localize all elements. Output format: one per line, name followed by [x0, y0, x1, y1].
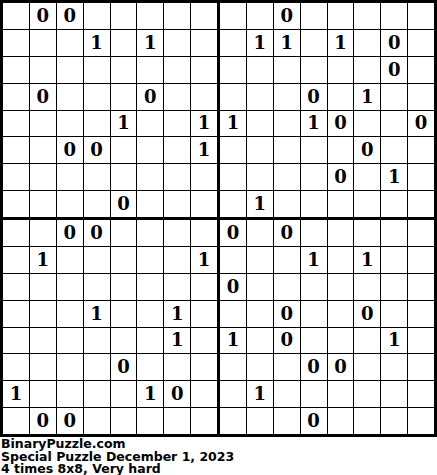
cell-r12c8[interactable] [191, 301, 217, 327]
puzzle-difficulty: 4 times 8x8, Very hard [1, 463, 437, 475]
cell-r2c15: 0 [381, 30, 407, 56]
cell-r7c8[interactable] [191, 164, 217, 190]
cell-r9c15[interactable] [381, 220, 407, 246]
cell-r10c14: 1 [354, 247, 380, 273]
cell-r8c9[interactable] [220, 191, 246, 217]
cell-r8c13[interactable] [328, 191, 354, 217]
cell-r5c15[interactable] [381, 111, 407, 137]
cell-r9c5[interactable] [111, 220, 137, 246]
cell-r1c15[interactable] [381, 3, 407, 29]
cell-r15c15[interactable] [381, 381, 407, 407]
cell-r4c9[interactable] [220, 84, 246, 110]
cell-r6c14: 0 [354, 137, 380, 163]
binary-puzzle-board: 001100110010 0111000111000011 0011111011… [0, 0, 437, 437]
cell-r8c2[interactable] [30, 191, 56, 217]
cell-r1c7[interactable] [164, 3, 190, 29]
cell-r14c12: 0 [301, 354, 327, 380]
cell-r2c5[interactable] [111, 30, 137, 56]
cell-r9c16[interactable] [408, 220, 434, 246]
cell-r6c10[interactable] [247, 137, 273, 163]
cell-r10c13[interactable] [328, 247, 354, 273]
cell-r9c10[interactable] [247, 220, 273, 246]
cell-r15c5[interactable] [111, 381, 137, 407]
cell-r15c8[interactable] [191, 381, 217, 407]
cell-r14c3[interactable] [57, 354, 83, 380]
cell-r1c10[interactable] [247, 3, 273, 29]
cell-r16c7[interactable] [164, 408, 190, 434]
cell-r5c16: 0 [408, 111, 434, 137]
cell-r5c4[interactable] [84, 111, 110, 137]
cell-r16c4[interactable] [84, 408, 110, 434]
cell-r16c1[interactable] [3, 408, 29, 434]
cell-r12c2[interactable] [30, 301, 56, 327]
cell-r15c13[interactable] [328, 381, 354, 407]
cell-r9c11: 0 [274, 220, 300, 246]
cell-r16c10[interactable] [247, 408, 273, 434]
cell-r14c14[interactable] [354, 354, 380, 380]
cell-r6c5[interactable] [111, 137, 137, 163]
cell-r14c5: 0 [111, 354, 137, 380]
cell-r5c13: 0 [328, 111, 354, 137]
cell-r13c12[interactable] [301, 328, 327, 354]
cell-r1c1[interactable] [3, 3, 29, 29]
cell-r4c11[interactable] [274, 84, 300, 110]
cell-r10c12: 1 [301, 247, 327, 273]
cell-r5c12: 1 [301, 111, 327, 137]
cell-r16c5[interactable] [111, 408, 137, 434]
cell-r10c9[interactable] [220, 247, 246, 273]
cell-r9c4: 0 [84, 220, 110, 246]
cell-r14c16[interactable] [408, 354, 434, 380]
cell-r2c9[interactable] [220, 30, 246, 56]
cell-r14c4[interactable] [84, 354, 110, 380]
cell-r5c9: 1 [220, 111, 246, 137]
cell-r7c1[interactable] [3, 164, 29, 190]
cell-r12c9[interactable] [220, 301, 246, 327]
cell-r3c6[interactable] [137, 57, 163, 83]
cell-r9c6[interactable] [137, 220, 163, 246]
cell-r2c11: 1 [274, 30, 300, 56]
cell-r15c1: 1 [3, 381, 29, 407]
cell-r3c10[interactable] [247, 57, 273, 83]
cell-r4c5[interactable] [111, 84, 137, 110]
cell-r6c8: 1 [191, 137, 217, 163]
cell-r2c14[interactable] [354, 30, 380, 56]
cell-r14c11[interactable] [274, 354, 300, 380]
cell-r1c3: 0 [57, 3, 83, 29]
cell-r10c4[interactable] [84, 247, 110, 273]
cell-r4c1[interactable] [3, 84, 29, 110]
cell-r3c8[interactable] [191, 57, 217, 83]
cell-r11c14[interactable] [354, 274, 380, 300]
cell-r1c16[interactable] [408, 3, 434, 29]
cell-r4c6: 0 [137, 84, 163, 110]
cell-r5c8: 1 [191, 111, 217, 137]
cell-r7c12[interactable] [301, 164, 327, 190]
cell-r3c15: 0 [381, 57, 407, 83]
cell-r12c10[interactable] [247, 301, 273, 327]
cell-r9c13[interactable] [328, 220, 354, 246]
cell-r13c2[interactable] [30, 328, 56, 354]
cell-r2c1[interactable] [3, 30, 29, 56]
cell-r5c14[interactable] [354, 111, 380, 137]
cell-r3c1[interactable] [3, 57, 29, 83]
cell-r6c13[interactable] [328, 137, 354, 163]
cell-r2c10: 1 [247, 30, 273, 56]
subgrid-top-right: 0111000111000011 [220, 3, 434, 217]
cell-r15c9[interactable] [220, 381, 246, 407]
cell-r4c3[interactable] [57, 84, 83, 110]
cell-r5c10[interactable] [247, 111, 273, 137]
cell-r11c13[interactable] [328, 274, 354, 300]
cell-r7c5[interactable] [111, 164, 137, 190]
cell-r10c8: 1 [191, 247, 217, 273]
cell-r9c7[interactable] [164, 220, 190, 246]
cell-r6c1[interactable] [3, 137, 29, 163]
cell-r7c9[interactable] [220, 164, 246, 190]
cell-r8c8[interactable] [191, 191, 217, 217]
cell-r13c7: 1 [164, 328, 190, 354]
cell-r7c3[interactable] [57, 164, 83, 190]
cell-r4c4[interactable] [84, 84, 110, 110]
cell-r10c15[interactable] [381, 247, 407, 273]
cell-r7c13: 0 [328, 164, 354, 190]
cell-r1c4[interactable] [84, 3, 110, 29]
cell-r11c12[interactable] [301, 274, 327, 300]
cell-r15c7: 0 [164, 381, 190, 407]
cell-r6c2[interactable] [30, 137, 56, 163]
cell-r15c12[interactable] [301, 381, 327, 407]
cell-r15c14[interactable] [354, 381, 380, 407]
cell-r11c6[interactable] [137, 274, 163, 300]
cell-r2c8[interactable] [191, 30, 217, 56]
cell-r9c14[interactable] [354, 220, 380, 246]
cell-r3c3[interactable] [57, 57, 83, 83]
cell-r13c15: 1 [381, 328, 407, 354]
cell-r10c10[interactable] [247, 247, 273, 273]
cell-r16c2: 0 [30, 408, 56, 434]
cell-r1c14[interactable] [354, 3, 380, 29]
cell-r3c11[interactable] [274, 57, 300, 83]
cell-r2c4: 1 [84, 30, 110, 56]
cell-r12c1[interactable] [3, 301, 29, 327]
cell-r12c5[interactable] [111, 301, 137, 327]
cell-r2c12[interactable] [301, 30, 327, 56]
cell-r11c4[interactable] [84, 274, 110, 300]
cell-r6c16[interactable] [408, 137, 434, 163]
cell-r2c2[interactable] [30, 30, 56, 56]
cell-r11c11[interactable] [274, 274, 300, 300]
cell-r12c13[interactable] [328, 301, 354, 327]
cell-r8c10: 1 [247, 191, 273, 217]
cell-r8c16[interactable] [408, 191, 434, 217]
cell-r9c3: 0 [57, 220, 83, 246]
cell-r8c4[interactable] [84, 191, 110, 217]
cell-r6c4: 0 [84, 137, 110, 163]
cell-r11c5[interactable] [111, 274, 137, 300]
cell-r2c6: 1 [137, 30, 163, 56]
cell-r7c16[interactable] [408, 164, 434, 190]
cell-r12c4: 1 [84, 301, 110, 327]
cell-r3c12[interactable] [301, 57, 327, 83]
cell-r16c3: 0 [57, 408, 83, 434]
cell-r13c11: 0 [274, 328, 300, 354]
cell-r9c1[interactable] [3, 220, 29, 246]
cell-r12c14: 0 [354, 301, 380, 327]
cell-r12c11: 0 [274, 301, 300, 327]
cell-r15c4[interactable] [84, 381, 110, 407]
cell-r6c11[interactable] [274, 137, 300, 163]
cell-r12c16[interactable] [408, 301, 434, 327]
cell-r12c3[interactable] [57, 301, 83, 327]
cell-r3c7[interactable] [164, 57, 190, 83]
cell-r3c9[interactable] [220, 57, 246, 83]
cell-r1c11: 0 [274, 3, 300, 29]
cell-r5c6[interactable] [137, 111, 163, 137]
cell-r4c2: 0 [30, 84, 56, 110]
cell-r2c7[interactable] [164, 30, 190, 56]
cell-r12c15[interactable] [381, 301, 407, 327]
puzzle-caption: BinaryPuzzle.com Special Puzzle December… [0, 437, 437, 475]
cell-r8c6[interactable] [137, 191, 163, 217]
cell-r14c10[interactable] [247, 354, 273, 380]
cell-r1c2: 0 [30, 3, 56, 29]
cell-r3c5[interactable] [111, 57, 137, 83]
cell-r4c12: 0 [301, 84, 327, 110]
cell-r5c5: 1 [111, 111, 137, 137]
cell-r8c12[interactable] [301, 191, 327, 217]
cell-r4c10[interactable] [247, 84, 273, 110]
cell-r9c8[interactable] [191, 220, 217, 246]
cell-r15c10: 1 [247, 381, 273, 407]
cell-r14c6[interactable] [137, 354, 163, 380]
cell-r14c9[interactable] [220, 354, 246, 380]
cell-r11c8[interactable] [191, 274, 217, 300]
cell-r13c5[interactable] [111, 328, 137, 354]
cell-r3c4[interactable] [84, 57, 110, 83]
cell-r6c3: 0 [57, 137, 83, 163]
cell-r5c1[interactable] [3, 111, 29, 137]
cell-r4c7[interactable] [164, 84, 190, 110]
cell-r15c2[interactable] [30, 381, 56, 407]
cell-r1c6[interactable] [137, 3, 163, 29]
cell-r3c16[interactable] [408, 57, 434, 83]
cell-r8c14[interactable] [354, 191, 380, 217]
cell-r13c3[interactable] [57, 328, 83, 354]
cell-r3c13[interactable] [328, 57, 354, 83]
cell-r9c2[interactable] [30, 220, 56, 246]
cell-r13c8[interactable] [191, 328, 217, 354]
cell-r4c13[interactable] [328, 84, 354, 110]
cell-r13c9: 1 [220, 328, 246, 354]
cell-r7c4[interactable] [84, 164, 110, 190]
cell-r10c2: 1 [30, 247, 56, 273]
cell-r15c11[interactable] [274, 381, 300, 407]
cell-r7c2[interactable] [30, 164, 56, 190]
cell-r13c1[interactable] [3, 328, 29, 354]
cell-r16c12: 0 [301, 408, 327, 434]
cell-r11c3[interactable] [57, 274, 83, 300]
cell-r16c9[interactable] [220, 408, 246, 434]
cell-r1c9[interactable] [220, 3, 246, 29]
cell-r16c16[interactable] [408, 408, 434, 434]
cell-r15c6: 1 [137, 381, 163, 407]
cell-r13c13[interactable] [328, 328, 354, 354]
cell-r8c3[interactable] [57, 191, 83, 217]
cell-r6c7[interactable] [164, 137, 190, 163]
cell-r13c10[interactable] [247, 328, 273, 354]
cell-r16c15[interactable] [381, 408, 407, 434]
cell-r6c9[interactable] [220, 137, 246, 163]
cell-r15c16[interactable] [408, 381, 434, 407]
cell-r4c8[interactable] [191, 84, 217, 110]
cell-r1c13[interactable] [328, 3, 354, 29]
cell-r5c11[interactable] [274, 111, 300, 137]
cell-r15c3[interactable] [57, 381, 83, 407]
cell-r13c4[interactable] [84, 328, 110, 354]
cell-r2c13: 1 [328, 30, 354, 56]
cell-r6c12[interactable] [301, 137, 327, 163]
cell-r7c6[interactable] [137, 164, 163, 190]
cell-r5c2[interactable] [30, 111, 56, 137]
cell-r14c15[interactable] [381, 354, 407, 380]
cell-r8c5: 0 [111, 191, 137, 217]
subgrid-top-left: 001100110010 [3, 3, 217, 217]
cell-r11c2[interactable] [30, 274, 56, 300]
cell-r10c6[interactable] [137, 247, 163, 273]
cell-r16c11[interactable] [274, 408, 300, 434]
cell-r10c16[interactable] [408, 247, 434, 273]
cell-r11c7[interactable] [164, 274, 190, 300]
cell-r11c15[interactable] [381, 274, 407, 300]
cell-r7c15: 1 [381, 164, 407, 190]
cell-r6c6[interactable] [137, 137, 163, 163]
cell-r7c7[interactable] [164, 164, 190, 190]
cell-r12c12[interactable] [301, 301, 327, 327]
cell-r16c8[interactable] [191, 408, 217, 434]
cell-r11c10[interactable] [247, 274, 273, 300]
cell-r13c16[interactable] [408, 328, 434, 354]
cell-r16c14[interactable] [354, 408, 380, 434]
cell-r8c7[interactable] [164, 191, 190, 217]
cell-r7c10[interactable] [247, 164, 273, 190]
cell-r1c8[interactable] [191, 3, 217, 29]
cell-r6c15[interactable] [381, 137, 407, 163]
cell-r9c12[interactable] [301, 220, 327, 246]
cell-r8c15[interactable] [381, 191, 407, 217]
subgrid-bottom-left: 0011111011000 [3, 220, 217, 434]
cell-r5c3[interactable] [57, 111, 83, 137]
cell-r8c1[interactable] [3, 191, 29, 217]
cell-r2c16[interactable] [408, 30, 434, 56]
cell-r10c3[interactable] [57, 247, 83, 273]
cell-r14c2[interactable] [30, 354, 56, 380]
cell-r7c11[interactable] [274, 164, 300, 190]
cell-r11c16[interactable] [408, 274, 434, 300]
cell-r4c14: 1 [354, 84, 380, 110]
cell-r3c14[interactable] [354, 57, 380, 83]
cell-r12c6[interactable] [137, 301, 163, 327]
cell-r1c12[interactable] [301, 3, 327, 29]
cell-r14c13: 0 [328, 354, 354, 380]
cell-r16c13[interactable] [328, 408, 354, 434]
cell-r9c9: 0 [220, 220, 246, 246]
cell-r5c7[interactable] [164, 111, 190, 137]
cell-r16c6[interactable] [137, 408, 163, 434]
cell-r11c1[interactable] [3, 274, 29, 300]
cell-r12c7: 1 [164, 301, 190, 327]
cell-r10c1[interactable] [3, 247, 29, 273]
cell-r14c7[interactable] [164, 354, 190, 380]
cell-r1c5[interactable] [111, 3, 137, 29]
cell-r7c14[interactable] [354, 164, 380, 190]
cell-r10c11[interactable] [274, 247, 300, 273]
cell-r2c3[interactable] [57, 30, 83, 56]
cell-r10c5[interactable] [111, 247, 137, 273]
subgrid-bottom-right: 00110001010010 [220, 220, 434, 434]
cell-r4c15[interactable] [381, 84, 407, 110]
cell-r14c1[interactable] [3, 354, 29, 380]
cell-r4c16[interactable] [408, 84, 434, 110]
cell-r3c2[interactable] [30, 57, 56, 83]
cell-r10c7[interactable] [164, 247, 190, 273]
cell-r8c11[interactable] [274, 191, 300, 217]
cell-r13c14[interactable] [354, 328, 380, 354]
cell-r11c9: 0 [220, 274, 246, 300]
cell-r13c6[interactable] [137, 328, 163, 354]
cell-r14c8[interactable] [191, 354, 217, 380]
